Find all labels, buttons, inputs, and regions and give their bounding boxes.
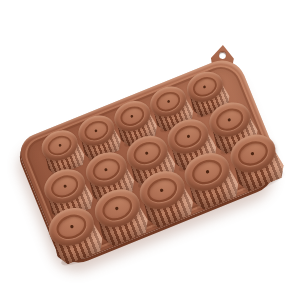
product-photo	[0, 0, 300, 300]
cavity-grid	[25, 64, 276, 258]
hanging-hole-icon	[219, 52, 226, 59]
mold-tray-wrap	[15, 53, 286, 266]
mold-tray	[15, 53, 286, 266]
